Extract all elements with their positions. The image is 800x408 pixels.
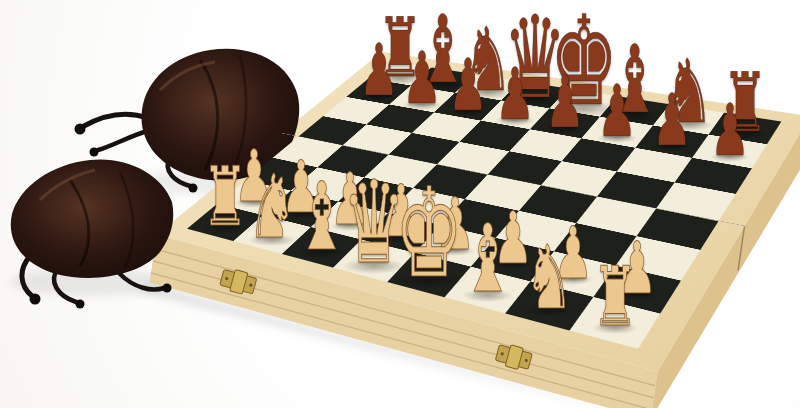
- drawstring-cord: [98, 130, 150, 150]
- cord-knot: [75, 124, 86, 135]
- cord-knot: [30, 294, 41, 305]
- cord-knot: [189, 184, 198, 193]
- cord-knot: [76, 300, 85, 309]
- bag-body: [11, 159, 173, 277]
- chess-set-photo: ♜♝♞♛♚♝♞♜♟♟♟♟♟♟♟♟♟♟♟♟♟♟♟♟♜♞♝♛♚♝♞♜: [0, 0, 800, 408]
- drawstring-cord: [84, 114, 148, 126]
- cord-knot: [90, 148, 99, 157]
- cord-knot: [163, 284, 172, 293]
